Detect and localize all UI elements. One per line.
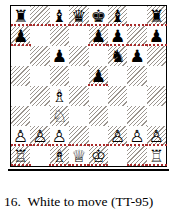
square-b7 (30, 26, 49, 46)
square-e8: ♚ (89, 6, 108, 26)
square-h4 (147, 86, 166, 106)
square-c4: ♗ (50, 86, 69, 106)
square-f5 (108, 66, 127, 86)
square-g6: ♟ (127, 46, 146, 66)
black-rook: ♜ (149, 6, 164, 26)
square-e5: ♟ (89, 66, 108, 86)
square-c1: ♗ (50, 146, 69, 166)
square-a6 (11, 46, 30, 66)
square-b6 (30, 46, 49, 66)
white-rook: ♖ (149, 146, 164, 166)
chess-board: ♜♝♛♚♝♜♟♟♟♟♟♞♟♟♗♘♙♙♙♙♙♙♖♗♕♔♖ (10, 5, 167, 167)
square-e1: ♔ (89, 146, 108, 166)
board-bottom-rule (8, 169, 169, 171)
square-d8: ♛ (69, 6, 88, 26)
white-pawn: ♙ (13, 126, 28, 146)
square-c2: ♙ (50, 126, 69, 146)
square-a5 (11, 66, 30, 86)
square-a2: ♙ (11, 126, 30, 146)
square-h2: ♙ (147, 126, 166, 146)
square-e7: ♟ (89, 26, 108, 46)
square-d6 (69, 46, 88, 66)
black-rook: ♜ (13, 6, 28, 26)
white-pawn: ♙ (52, 126, 67, 146)
square-h6 (147, 46, 166, 66)
square-e4 (89, 86, 108, 106)
square-b8 (30, 6, 49, 26)
square-g1 (127, 146, 146, 166)
white-king: ♔ (91, 146, 106, 166)
square-f3 (108, 106, 127, 126)
square-g8 (127, 6, 146, 26)
white-knight: ♘ (52, 106, 67, 126)
square-f6: ♞ (108, 46, 127, 66)
square-e6 (89, 46, 108, 66)
square-d5 (69, 66, 88, 86)
square-d7 (69, 26, 88, 46)
square-d2 (69, 126, 88, 146)
white-pawn: ♙ (110, 126, 125, 146)
black-pawn: ♟ (149, 26, 164, 46)
square-a1: ♖ (11, 146, 30, 166)
square-a7: ♟ (11, 26, 30, 46)
white-bishop: ♗ (52, 146, 67, 166)
square-d3 (69, 106, 88, 126)
square-b2: ♙ (30, 126, 49, 146)
square-f2: ♙ (108, 126, 127, 146)
square-c7 (50, 26, 69, 46)
square-h7: ♟ (147, 26, 166, 46)
square-h3 (147, 106, 166, 126)
square-b3 (30, 106, 49, 126)
black-knight: ♞ (110, 46, 125, 66)
square-b1 (30, 146, 49, 166)
white-bishop: ♗ (52, 86, 67, 106)
black-pawn: ♟ (91, 66, 106, 86)
black-bishop: ♝ (110, 6, 125, 26)
white-pawn: ♙ (149, 126, 164, 146)
square-d1: ♕ (69, 146, 88, 166)
square-g2: ♙ (127, 126, 146, 146)
square-g4 (127, 86, 146, 106)
black-pawn: ♟ (91, 26, 106, 46)
square-f7: ♟ (108, 26, 127, 46)
square-a4 (11, 86, 30, 106)
white-queen: ♕ (71, 146, 86, 166)
square-a8: ♜ (11, 6, 30, 26)
square-c3: ♘ (50, 106, 69, 126)
square-g7 (127, 26, 146, 46)
black-pawn: ♟ (52, 46, 67, 66)
black-bishop: ♝ (52, 6, 67, 26)
square-h5 (147, 66, 166, 86)
black-king: ♚ (91, 6, 106, 26)
square-e3 (89, 106, 108, 126)
white-rook: ♖ (13, 146, 28, 166)
square-h1: ♖ (147, 146, 166, 166)
diagram-caption: 16. White to move (TT-95) (4, 194, 153, 210)
square-f4 (108, 86, 127, 106)
square-f1 (108, 146, 127, 166)
square-a3 (11, 106, 30, 126)
square-c5 (50, 66, 69, 86)
black-pawn: ♟ (129, 46, 144, 66)
square-h8: ♜ (147, 6, 166, 26)
black-pawn: ♟ (110, 26, 125, 46)
square-c6: ♟ (50, 46, 69, 66)
square-b4 (30, 86, 49, 106)
square-g5 (127, 66, 146, 86)
square-d4 (69, 86, 88, 106)
black-pawn: ♟ (13, 26, 28, 46)
square-e2 (89, 126, 108, 146)
white-pawn: ♙ (32, 126, 47, 146)
white-pawn: ♙ (129, 126, 144, 146)
black-queen: ♛ (71, 6, 86, 26)
square-g3 (127, 106, 146, 126)
square-b5 (30, 66, 49, 86)
square-c8: ♝ (50, 6, 69, 26)
square-f8: ♝ (108, 6, 127, 26)
